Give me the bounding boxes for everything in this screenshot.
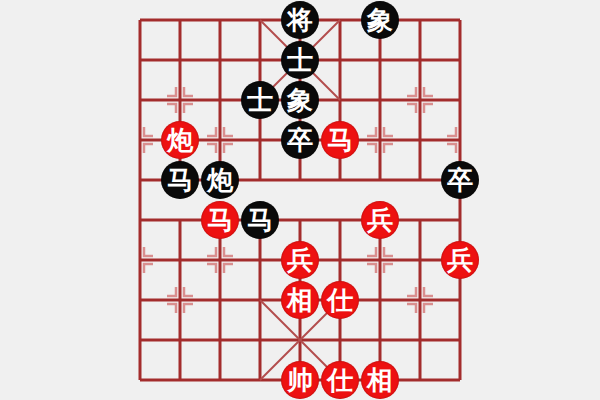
piece-red-cannon[interactable]: 炮 — [161, 121, 199, 159]
board-grid[interactable]: 将象士士象炮卒马马炮卒马马兵兵兵相仕帅仕相 — [120, 0, 480, 400]
piece-red-advisor[interactable]: 仕 — [321, 281, 359, 319]
piece-black-advisor[interactable]: 士 — [241, 81, 279, 119]
piece-black-cannon[interactable]: 炮 — [201, 161, 239, 199]
piece-black-horse[interactable]: 马 — [161, 161, 199, 199]
piece-black-general[interactable]: 将 — [281, 1, 319, 39]
piece-black-soldier[interactable]: 卒 — [441, 161, 479, 199]
piece-black-elephant[interactable]: 象 — [361, 1, 399, 39]
piece-red-elephant[interactable]: 相 — [281, 281, 319, 319]
xiangqi-screenshot: 将象士士象炮卒马马炮卒马马兵兵兵相仕帅仕相 — [0, 0, 600, 400]
piece-red-advisor[interactable]: 仕 — [321, 361, 359, 399]
piece-red-soldier[interactable]: 兵 — [441, 241, 479, 279]
piece-red-soldier[interactable]: 兵 — [361, 201, 399, 239]
piece-red-elephant[interactable]: 相 — [361, 361, 399, 399]
piece-black-advisor[interactable]: 士 — [281, 41, 319, 79]
piece-red-soldier[interactable]: 兵 — [281, 241, 319, 279]
piece-black-horse[interactable]: 马 — [241, 201, 279, 239]
piece-red-general[interactable]: 帅 — [281, 361, 319, 399]
piece-red-horse[interactable]: 马 — [201, 201, 239, 239]
piece-black-elephant[interactable]: 象 — [281, 81, 319, 119]
xiangqi-board: 将象士士象炮卒马马炮卒马马兵兵兵相仕帅仕相 — [120, 0, 480, 400]
piece-red-horse[interactable]: 马 — [321, 121, 359, 159]
piece-black-soldier[interactable]: 卒 — [281, 121, 319, 159]
